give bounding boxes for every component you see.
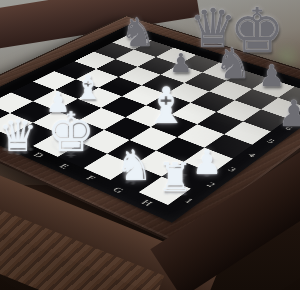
piece-black-pawn-h5[interactable]: ♟	[278, 96, 300, 132]
piece-black-knight-d6[interactable]: ♞	[120, 12, 156, 52]
piece-white-king-e1[interactable]: ♚	[47, 106, 95, 160]
piece-white-bishop-f4[interactable]: ♝	[144, 81, 189, 131]
photo-scene: ABCDEFGH12345678 ♛♛♚♚♞♞♜♜♟♟♟♝♝♟♟♞♞♟♛♚	[0, 0, 300, 290]
piece-white-bishop-d3[interactable]: ♝	[73, 70, 103, 104]
piece-white-rook-h1[interactable]: ♜	[157, 157, 193, 197]
piece-white-queen-d1[interactable]: ♛	[0, 114, 38, 158]
piece-black-knight-f6[interactable]: ♞	[214, 43, 252, 85]
piece-black-pawn-e5[interactable]: ♟	[169, 50, 192, 76]
piece-white-pawn-h2[interactable]: ♟	[192, 145, 222, 179]
piece-white-knight-g1[interactable]: ♞	[115, 145, 153, 187]
piece-black-pawn-g6[interactable]: ♟	[259, 61, 286, 91]
